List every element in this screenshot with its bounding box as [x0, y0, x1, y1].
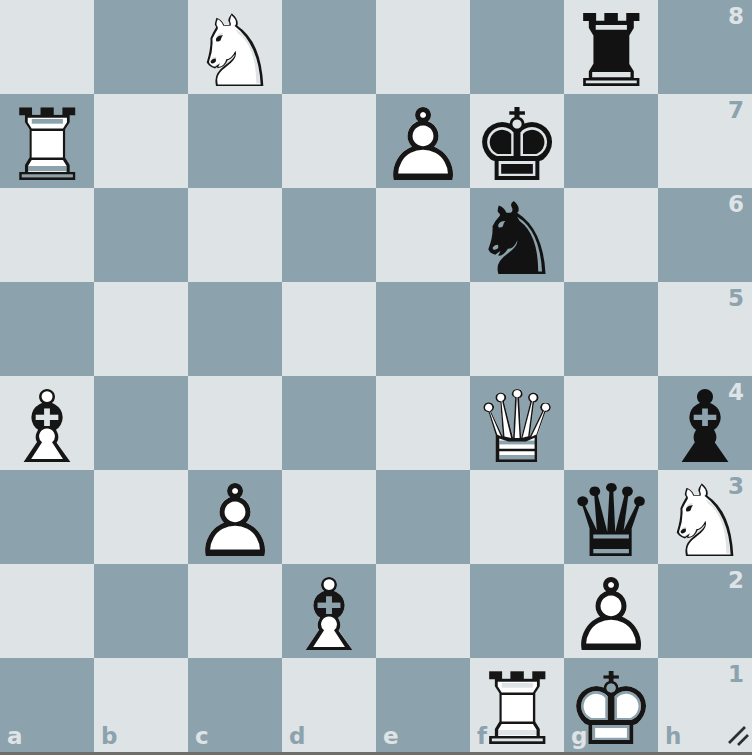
square-c1[interactable]: c: [188, 658, 282, 752]
square-a8[interactable]: [0, 0, 94, 94]
square-h4[interactable]: ♝4: [658, 376, 752, 470]
square-d7[interactable]: [282, 94, 376, 188]
square-c5[interactable]: [188, 282, 282, 376]
white-piece-outline: ♙: [190, 472, 280, 572]
square-f8[interactable]: [470, 0, 564, 94]
white-piece-outline: ♙: [378, 96, 468, 196]
square-h7[interactable]: 7: [658, 94, 752, 188]
square-e4[interactable]: [376, 376, 470, 470]
resize-handle-icon[interactable]: [726, 723, 750, 747]
square-b1[interactable]: b: [94, 658, 188, 752]
black-king[interactable]: ♚: [470, 96, 564, 190]
square-a5[interactable]: [0, 282, 94, 376]
white-rook[interactable]: ♜♖: [0, 96, 94, 190]
white-piece-outline: ♔: [566, 660, 656, 755]
square-f7[interactable]: ♚: [470, 94, 564, 188]
rank-label-8: 8: [728, 5, 744, 28]
square-e8[interactable]: [376, 0, 470, 94]
black-knight[interactable]: ♞: [470, 190, 564, 284]
square-a1[interactable]: a: [0, 658, 94, 752]
square-g3[interactable]: ♛: [564, 470, 658, 564]
white-piece-outline: ♕: [472, 378, 562, 478]
white-pawn[interactable]: ♟♙: [188, 472, 282, 566]
square-e5[interactable]: [376, 282, 470, 376]
white-piece-outline: ♗: [2, 378, 92, 478]
chess-board-screenshot: ♞♘♜8♜♖♟♙♚7♞65♝♗♛♕♝4♟♙♛♞♘3♝♗♟♙2abcde♜♖f♚♔…: [0, 0, 752, 755]
black-bishop[interactable]: ♝: [658, 378, 752, 472]
square-g2[interactable]: ♟♙: [564, 564, 658, 658]
square-d4[interactable]: [282, 376, 376, 470]
file-label-h: h: [665, 725, 681, 748]
file-label-d: d: [289, 725, 305, 748]
white-piece-outline: ♘: [190, 2, 280, 102]
square-d2[interactable]: ♝♗: [282, 564, 376, 658]
square-a7[interactable]: ♜♖: [0, 94, 94, 188]
white-king[interactable]: ♚♔: [564, 660, 658, 754]
white-bishop[interactable]: ♝♗: [282, 566, 376, 660]
white-piece-outline: ♖: [472, 660, 562, 755]
square-f2[interactable]: [470, 564, 564, 658]
square-g6[interactable]: [564, 188, 658, 282]
black-piece-glyph: ♜: [566, 2, 656, 102]
square-b6[interactable]: [94, 188, 188, 282]
rank-label-1: 1: [728, 663, 744, 686]
square-h6[interactable]: 6: [658, 188, 752, 282]
square-e3[interactable]: [376, 470, 470, 564]
square-h3[interactable]: ♞♘3: [658, 470, 752, 564]
black-queen[interactable]: ♛: [564, 472, 658, 566]
file-label-e: e: [383, 725, 399, 748]
square-g8[interactable]: ♜: [564, 0, 658, 94]
white-queen[interactable]: ♛♕: [470, 378, 564, 472]
square-d3[interactable]: [282, 470, 376, 564]
square-c8[interactable]: ♞♘: [188, 0, 282, 94]
square-c3[interactable]: ♟♙: [188, 470, 282, 564]
white-piece-outline: ♘: [660, 472, 750, 572]
rank-label-6: 6: [728, 193, 744, 216]
square-b8[interactable]: [94, 0, 188, 94]
square-a2[interactable]: [0, 564, 94, 658]
white-bishop[interactable]: ♝♗: [0, 378, 94, 472]
square-f6[interactable]: ♞: [470, 188, 564, 282]
square-e7[interactable]: ♟♙: [376, 94, 470, 188]
square-b7[interactable]: [94, 94, 188, 188]
square-d8[interactable]: [282, 0, 376, 94]
square-d5[interactable]: [282, 282, 376, 376]
rank-label-7: 7: [728, 99, 744, 122]
white-knight[interactable]: ♞♘: [188, 2, 282, 96]
white-pawn[interactable]: ♟♙: [376, 96, 470, 190]
square-e1[interactable]: e: [376, 658, 470, 752]
white-knight[interactable]: ♞♘: [658, 472, 752, 566]
square-f1[interactable]: ♜♖f: [470, 658, 564, 752]
square-h8[interactable]: 8: [658, 0, 752, 94]
rank-label-5: 5: [728, 287, 744, 310]
chess-board: ♞♘♜8♜♖♟♙♚7♞65♝♗♛♕♝4♟♙♛♞♘3♝♗♟♙2abcde♜♖f♚♔…: [0, 0, 752, 752]
white-pawn[interactable]: ♟♙: [564, 566, 658, 660]
square-d6[interactable]: [282, 188, 376, 282]
white-piece-outline: ♖: [2, 96, 92, 196]
square-f4[interactable]: ♛♕: [470, 376, 564, 470]
square-b2[interactable]: [94, 564, 188, 658]
file-label-b: b: [101, 725, 117, 748]
square-g1[interactable]: ♚♔g: [564, 658, 658, 752]
square-b4[interactable]: [94, 376, 188, 470]
black-piece-glyph: ♞: [472, 190, 562, 290]
square-h5[interactable]: 5: [658, 282, 752, 376]
square-c6[interactable]: [188, 188, 282, 282]
white-piece-outline: ♗: [284, 566, 374, 666]
square-e2[interactable]: [376, 564, 470, 658]
file-label-a: a: [7, 725, 23, 748]
square-g4[interactable]: [564, 376, 658, 470]
white-rook[interactable]: ♜♖: [470, 660, 564, 754]
square-a4[interactable]: ♝♗: [0, 376, 94, 470]
file-label-c: c: [195, 725, 209, 748]
square-b5[interactable]: [94, 282, 188, 376]
black-rook[interactable]: ♜: [564, 2, 658, 96]
square-g5[interactable]: [564, 282, 658, 376]
square-b3[interactable]: [94, 470, 188, 564]
square-c4[interactable]: [188, 376, 282, 470]
